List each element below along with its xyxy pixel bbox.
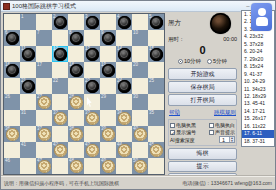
board-square[interactable]: 41 bbox=[20, 142, 36, 158]
board-square bbox=[36, 78, 52, 94]
white-man[interactable] bbox=[102, 128, 115, 141]
move-list-item[interactable]: 15. 26x17 bbox=[242, 115, 274, 122]
board-square[interactable]: 45 bbox=[148, 142, 164, 158]
square-number: 1 bbox=[21, 14, 24, 19]
board-square[interactable]: 43 bbox=[84, 142, 100, 158]
black-man[interactable] bbox=[102, 32, 115, 45]
main-buttons: 开始游戏保存棋局打开棋局 bbox=[168, 67, 237, 107]
black-man[interactable] bbox=[70, 32, 83, 45]
board-square bbox=[68, 110, 84, 126]
white-man[interactable] bbox=[86, 144, 99, 157]
black-man[interactable] bbox=[118, 16, 131, 29]
square-number: 20 bbox=[133, 62, 138, 67]
board-square bbox=[36, 14, 52, 30]
board-square bbox=[68, 46, 84, 62]
board-square[interactable]: 16 bbox=[4, 62, 20, 78]
board-square[interactable]: 38 bbox=[68, 126, 84, 142]
square-number: 35 bbox=[149, 110, 154, 115]
black-man[interactable] bbox=[6, 64, 19, 77]
move-list-item[interactable]: 14. 17-21 bbox=[242, 108, 274, 115]
board-square[interactable]: 17 bbox=[36, 62, 52, 78]
board-square bbox=[100, 110, 116, 126]
board-square[interactable]: 7 bbox=[36, 30, 52, 46]
board-square[interactable]: 8 bbox=[68, 30, 84, 46]
option-checkbox[interactable]: 电脑执黑 bbox=[170, 122, 196, 128]
checkbox-label: 电脑执白 bbox=[215, 122, 235, 128]
board-square[interactable]: 46 bbox=[4, 158, 20, 174]
board-square bbox=[52, 62, 68, 78]
square-number: 22 bbox=[53, 78, 58, 83]
move-list-item[interactable]: 12. 18x29 bbox=[242, 93, 274, 100]
board-square[interactable]: 34 bbox=[116, 110, 132, 126]
board-square bbox=[148, 126, 164, 142]
board-square bbox=[148, 158, 164, 174]
board-square[interactable]: 12 bbox=[52, 46, 68, 62]
board-square bbox=[52, 94, 68, 110]
board-square bbox=[68, 78, 84, 94]
board-square[interactable]: 27 bbox=[36, 94, 52, 110]
move-list-item[interactable]: 16. 11x22 bbox=[242, 123, 274, 130]
status-bar: 说明：用微信扫描小程序码，可在手机上玩国际跳棋 电话(微信)：13346671 … bbox=[1, 175, 275, 189]
board-square bbox=[132, 142, 148, 158]
board-square bbox=[4, 142, 20, 158]
board-square bbox=[84, 30, 100, 46]
board-square bbox=[148, 30, 164, 46]
black-man[interactable] bbox=[86, 16, 99, 29]
black-turn-disc-icon bbox=[210, 13, 231, 34]
board-square[interactable]: 26 bbox=[4, 94, 20, 110]
move-list-item[interactable]: 8. 15x24 bbox=[242, 63, 274, 70]
board-square bbox=[20, 126, 36, 142]
turn-indicator: 黑方 bbox=[168, 13, 237, 34]
move-list-item[interactable]: 18. 37-31 bbox=[242, 138, 274, 145]
white-man[interactable] bbox=[54, 144, 67, 157]
text-link[interactable]: 帮助 bbox=[169, 109, 180, 116]
board-square[interactable]: 23 bbox=[84, 78, 100, 94]
white-man[interactable] bbox=[134, 128, 147, 141]
board-square bbox=[116, 62, 132, 78]
board-square bbox=[68, 14, 84, 30]
ai-depth-input[interactable]: 1 ▲▼ bbox=[219, 136, 235, 143]
title-bar: 100格国际跳棋学习模式 – □ × bbox=[1, 1, 275, 12]
board-square[interactable]: 47 bbox=[36, 158, 52, 174]
option-checkbox[interactable]: 电脑执白 bbox=[209, 122, 235, 128]
square-number: 7 bbox=[37, 30, 40, 35]
board-square bbox=[84, 94, 100, 110]
white-man[interactable] bbox=[150, 144, 163, 157]
black-man[interactable] bbox=[150, 48, 163, 61]
checkbox-label: 声音提示 bbox=[215, 129, 235, 135]
board-square[interactable]: 19 bbox=[100, 62, 116, 78]
board-square bbox=[132, 78, 148, 94]
ai-depth-spinner[interactable]: ▲▼ bbox=[229, 137, 234, 142]
black-man[interactable] bbox=[102, 64, 115, 77]
board-square bbox=[36, 46, 52, 62]
board-square bbox=[36, 110, 52, 126]
links-row: 帮助跳棋规则 bbox=[169, 109, 236, 116]
square-number: 41 bbox=[21, 142, 26, 147]
checkbox-label: 显示编号 bbox=[176, 129, 196, 135]
board-square bbox=[68, 142, 84, 158]
board-square bbox=[132, 110, 148, 126]
board-square[interactable]: 10 bbox=[132, 30, 148, 46]
board-square bbox=[20, 62, 36, 78]
board-square[interactable]: 6 bbox=[4, 30, 20, 46]
board-square[interactable]: 1 bbox=[20, 14, 36, 30]
board-square[interactable]: 5 bbox=[148, 14, 164, 30]
black-man[interactable] bbox=[22, 48, 35, 61]
move-list-item[interactable]: 9. 41-37 bbox=[242, 71, 274, 78]
board-square bbox=[20, 94, 36, 110]
black-man[interactable] bbox=[86, 80, 99, 93]
board-square[interactable]: 22 bbox=[52, 78, 68, 94]
panel-button[interactable]: 保存棋局 bbox=[168, 81, 237, 93]
board-square[interactable]: 2 bbox=[52, 14, 68, 30]
radio-label: 10分钟 bbox=[184, 58, 201, 65]
board-square[interactable]: 32 bbox=[52, 110, 68, 126]
board-square bbox=[100, 14, 116, 30]
board-square[interactable]: 31 bbox=[20, 110, 36, 126]
black-man[interactable] bbox=[118, 48, 131, 61]
board-square[interactable]: 37 bbox=[36, 126, 52, 142]
white-man[interactable] bbox=[70, 96, 83, 109]
board-square bbox=[4, 78, 20, 94]
board-square[interactable]: 13 bbox=[84, 46, 100, 62]
white-man[interactable] bbox=[118, 144, 131, 157]
black-man[interactable] bbox=[118, 80, 131, 93]
app-icon bbox=[3, 3, 10, 10]
board-square[interactable]: 21 bbox=[20, 78, 36, 94]
time-label: 用时： bbox=[168, 36, 185, 43]
black-man[interactable] bbox=[22, 80, 35, 93]
app-window: 100格国际跳棋学习模式 – □ × 123456789101112131415… bbox=[0, 0, 276, 190]
board-square[interactable]: 25 bbox=[148, 78, 164, 94]
board-square bbox=[52, 126, 68, 142]
black-man[interactable] bbox=[54, 48, 67, 61]
board-square[interactable]: 48 bbox=[68, 158, 84, 174]
white-man[interactable] bbox=[102, 160, 115, 173]
board-square[interactable]: 11 bbox=[20, 46, 36, 62]
ai-depth-label: AI搜索深度 bbox=[170, 137, 195, 143]
board-square[interactable]: 18 bbox=[68, 62, 84, 78]
time-radio[interactable]: 5分钟 bbox=[207, 58, 227, 65]
board-square[interactable]: 15 bbox=[148, 46, 164, 62]
board-square[interactable]: 35 bbox=[148, 110, 164, 126]
board-square bbox=[84, 62, 100, 78]
square-number: 17 bbox=[37, 62, 42, 67]
board-square[interactable]: 49 bbox=[100, 158, 116, 174]
control-panel: 黑方 用时： 00:00 0 10分钟5分钟 开始游戏保存棋局打开棋局 帮助跳棋… bbox=[165, 12, 240, 175]
board-square bbox=[132, 46, 148, 62]
board-square bbox=[100, 142, 116, 158]
board-square bbox=[100, 46, 116, 62]
move-list-item[interactable]: 6. 20-24 bbox=[242, 48, 274, 55]
board-square[interactable]: 36 bbox=[4, 126, 20, 142]
radio-label: 5分钟 bbox=[213, 58, 227, 65]
board-square[interactable]: 3 bbox=[84, 14, 100, 30]
square-number: 10 bbox=[133, 30, 138, 35]
checkbox-row-1: 电脑执黑电脑执白 bbox=[170, 122, 235, 128]
time-row: 用时： 00:00 bbox=[168, 36, 237, 43]
board-square[interactable]: 42 bbox=[52, 142, 68, 158]
board-square bbox=[84, 126, 100, 142]
white-man[interactable] bbox=[6, 128, 19, 141]
checkbox-icon: ✓ bbox=[170, 130, 175, 135]
board-square bbox=[116, 94, 132, 110]
board-square bbox=[4, 14, 20, 30]
time-radio[interactable]: 10分钟 bbox=[178, 58, 201, 65]
draughts-board[interactable]: 1234567891011121314151617181920212223242… bbox=[3, 13, 165, 175]
square-number: 25 bbox=[149, 78, 154, 83]
checkbox-icon bbox=[209, 130, 214, 135]
option-checkbox[interactable]: 声音提示 bbox=[209, 129, 235, 135]
side-to-move-label: 黑方 bbox=[168, 19, 181, 28]
time-value: 00:00 bbox=[223, 36, 237, 43]
radio-dot-icon bbox=[207, 59, 212, 64]
board-square bbox=[148, 62, 164, 78]
board-square bbox=[132, 14, 148, 30]
move-list-item[interactable]: 11. 34x23 bbox=[242, 86, 274, 93]
board-square bbox=[36, 142, 52, 158]
white-man[interactable] bbox=[70, 160, 83, 173]
move-list-item[interactable]: 13. 45-41 bbox=[242, 100, 274, 107]
board-square[interactable]: 40 bbox=[132, 126, 148, 142]
white-man[interactable] bbox=[38, 128, 51, 141]
panel-button[interactable]: 打开棋局 bbox=[168, 94, 237, 106]
board-square[interactable]: 9 bbox=[100, 30, 116, 46]
status-contact-right: 电话(微信)：13346671 wfeng@163.com bbox=[182, 180, 272, 186]
board-square[interactable]: 28 bbox=[68, 94, 84, 110]
board-square[interactable]: 44 bbox=[116, 142, 132, 158]
white-man[interactable] bbox=[38, 96, 51, 109]
radio-dot-icon bbox=[178, 59, 183, 64]
move-list-item[interactable]: 4. 23x32 bbox=[242, 33, 274, 40]
white-man[interactable] bbox=[134, 160, 147, 173]
board-square bbox=[52, 158, 68, 174]
board-square bbox=[20, 158, 36, 174]
board-square[interactable]: 20 bbox=[132, 62, 148, 78]
board-square bbox=[84, 158, 100, 174]
window-title: 100格国际跳棋学习模式 bbox=[12, 2, 243, 11]
board-square bbox=[116, 126, 132, 142]
white-man[interactable] bbox=[38, 160, 51, 173]
move-list-item[interactable]: 5. 37x28 bbox=[242, 41, 274, 48]
checkbox-row-2: ✓显示编号声音提示 bbox=[170, 129, 235, 135]
square-number: 26 bbox=[5, 94, 10, 99]
board-square[interactable]: 30 bbox=[132, 94, 148, 110]
text-link[interactable]: 跳棋规则 bbox=[214, 109, 236, 116]
checkbox-label: 电脑执黑 bbox=[176, 122, 196, 128]
board-square bbox=[148, 94, 164, 110]
board-square[interactable]: 33 bbox=[84, 110, 100, 126]
board-square bbox=[4, 110, 20, 126]
square-number: 46 bbox=[5, 158, 10, 163]
action-button[interactable]: 提示 bbox=[168, 161, 237, 173]
status-text-left: 说明：用微信扫描小程序码，可在手机上玩国际跳棋 bbox=[4, 180, 119, 186]
board-square[interactable]: 24 bbox=[116, 78, 132, 94]
checkbox-icon bbox=[170, 123, 175, 128]
board-square[interactable]: 14 bbox=[116, 46, 132, 62]
board-square bbox=[20, 30, 36, 46]
black-man[interactable] bbox=[86, 48, 99, 61]
board-square[interactable]: 29 bbox=[100, 94, 116, 110]
move-list-item[interactable]: 10. 24-29 bbox=[242, 78, 274, 85]
board-square bbox=[100, 78, 116, 94]
options-box: 电脑执黑电脑执白 ✓显示编号声音提示 AI搜索深度 1 ▲▼ bbox=[168, 119, 237, 146]
black-man[interactable] bbox=[6, 32, 19, 45]
square-number: 29 bbox=[101, 94, 106, 99]
white-man[interactable] bbox=[70, 128, 83, 141]
square-number: 31 bbox=[21, 110, 26, 115]
board-square bbox=[116, 158, 132, 174]
move-list-item[interactable]: 17. 6-11 bbox=[242, 130, 274, 137]
board-square[interactable]: 50 bbox=[132, 158, 148, 174]
white-man[interactable] bbox=[86, 112, 99, 125]
white-man[interactable] bbox=[118, 112, 131, 125]
checkbox-icon bbox=[209, 123, 214, 128]
capture-counter: 0 bbox=[168, 44, 237, 56]
white-man[interactable] bbox=[54, 112, 67, 125]
black-man[interactable] bbox=[54, 16, 67, 29]
board-square[interactable]: 39 bbox=[100, 126, 116, 142]
move-list-item[interactable]: 7. 29x20 bbox=[242, 56, 274, 63]
panel-button[interactable]: 开始游戏 bbox=[168, 68, 237, 80]
board-square bbox=[116, 30, 132, 46]
mini-program-qr-icon bbox=[251, 3, 272, 31]
black-man[interactable] bbox=[70, 64, 83, 77]
board-square bbox=[4, 46, 20, 62]
square-number: 30 bbox=[133, 94, 138, 99]
action-button[interactable]: 悔棋 bbox=[168, 148, 237, 160]
black-man[interactable] bbox=[150, 16, 163, 29]
board-square bbox=[52, 30, 68, 46]
time-control-radios: 10分钟5分钟 bbox=[168, 58, 237, 65]
ai-depth-row: AI搜索深度 1 ▲▼ bbox=[170, 136, 235, 143]
option-checkbox[interactable]: ✓显示编号 bbox=[170, 129, 196, 135]
board-square[interactable]: 4 bbox=[116, 14, 132, 30]
